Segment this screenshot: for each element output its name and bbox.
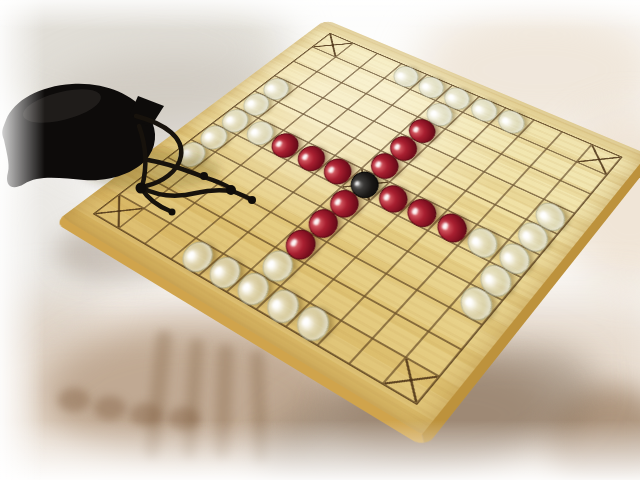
background-mast-streak — [182, 338, 204, 461]
background-detail — [58, 388, 90, 412]
photo-scene — [0, 0, 640, 480]
background-detail — [94, 396, 126, 420]
photo-fade — [0, 420, 640, 480]
background-mast-streak — [143, 330, 173, 461]
background-mast-streak — [214, 344, 234, 460]
background-detail — [168, 407, 200, 431]
background-detail — [130, 403, 162, 427]
background-mast-streak — [250, 350, 268, 464]
piece-bag — [0, 0, 300, 300]
background-faded-ship — [545, 385, 640, 480]
